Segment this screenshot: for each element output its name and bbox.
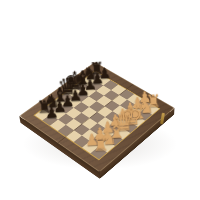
piece-black-pawn-h7: ♟ (93, 67, 117, 82)
piece-black-pawn-g7: ♟ (85, 72, 109, 88)
piece-white-knight-b1: ♞ (95, 128, 121, 148)
scene: ♜♞♝♛♚♝♞♜♟♟♟♟♟♟♟♟♟♟♟♟♟♟♟♟♜♞♝♛♚♝♞♜ (0, 0, 200, 200)
piece-black-knight-g8: ♞ (78, 65, 102, 83)
piece-white-queen-d1: ♛ (110, 110, 136, 135)
piece-black-pawn-c7: ♟ (55, 94, 80, 110)
piece-black-king-e8: ♚ (62, 68, 86, 93)
piece-black-rook-h8: ♜ (85, 60, 108, 77)
piece-white-bishop-c1: ♝ (103, 119, 129, 141)
chess-set-photo: ♜♞♝♛♚♝♞♜♟♟♟♟♟♟♟♟♟♟♟♟♟♟♟♟♜♞♝♛♚♝♞♜ (0, 0, 200, 200)
piece-white-pawn-g2: ♟ (125, 95, 150, 111)
board-tilt: ♜♞♝♛♚♝♞♜♟♟♟♟♟♟♟♟♟♟♟♟♟♟♟♟♜♞♝♛♚♝♞♜ (19, 62, 174, 172)
piece-white-rook-h1: ♜ (140, 93, 165, 111)
chess-board: ♜♞♝♛♚♝♞♜♟♟♟♟♟♟♟♟♟♟♟♟♟♟♟♟♜♞♝♛♚♝♞♜ (19, 62, 174, 172)
piece-white-king-e1: ♚ (118, 102, 144, 129)
piece-black-pawn-d7: ♟ (63, 88, 87, 104)
piece-black-pawn-f7: ♟ (78, 77, 102, 93)
piece-white-knight-g1: ♞ (133, 97, 158, 116)
piece-white-rook-a1: ♜ (87, 135, 114, 155)
